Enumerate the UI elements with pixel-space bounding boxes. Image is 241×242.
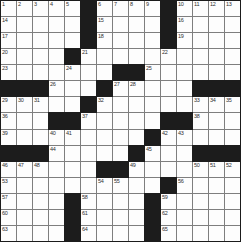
cell-r6c12[interactable] <box>177 81 192 96</box>
clue-number: 19 <box>178 33 184 39</box>
clue-number: 43 <box>178 130 184 136</box>
cell-r5c4[interactable] <box>49 65 64 80</box>
cell-r13c15[interactable] <box>225 194 240 209</box>
cell-r12c14[interactable] <box>209 178 224 193</box>
cell-r9c14[interactable] <box>209 130 224 145</box>
cell-r3c15[interactable] <box>225 33 240 48</box>
clue-number: 26 <box>50 81 56 87</box>
clue-number: 16 <box>178 17 184 23</box>
clue-number: 6 <box>98 1 101 7</box>
cell-r14c14[interactable] <box>209 210 224 225</box>
cell-r4c7[interactable] <box>97 49 112 64</box>
clue-number: 34 <box>210 97 216 103</box>
clue-number: 22 <box>162 49 168 55</box>
cell-r12c6[interactable] <box>81 178 96 193</box>
cell-r9c5[interactable]: 41 <box>65 130 80 145</box>
clue-number: 13 <box>226 1 232 7</box>
cell-r13c7[interactable] <box>97 194 112 209</box>
cell-r15c6[interactable]: 64 <box>81 226 96 241</box>
cell-r12c15[interactable] <box>225 178 240 193</box>
cell-r15c11[interactable]: 65 <box>161 226 176 241</box>
cell-r5c1[interactable]: 23 <box>1 65 16 80</box>
cell-r7c7[interactable]: 32 <box>97 97 112 112</box>
cell-r12c9[interactable] <box>129 178 144 193</box>
cell-r10c8[interactable] <box>113 146 128 161</box>
clue-number: 58 <box>82 194 88 200</box>
cell-r4c9[interactable] <box>129 49 144 64</box>
cell-r14c12[interactable] <box>177 210 192 225</box>
cell-r2c15[interactable] <box>225 17 240 32</box>
cell-r13c2[interactable] <box>17 194 32 209</box>
cell-r7c1[interactable]: 29 <box>1 97 16 112</box>
cell-r7c15[interactable]: 35 <box>225 97 240 112</box>
cell-r8c6[interactable]: 37 <box>81 113 96 128</box>
cell-r12c4[interactable] <box>49 178 64 193</box>
clue-number: 47 <box>18 162 24 168</box>
cell-r1c7[interactable]: 6 <box>97 1 112 16</box>
cell-r12c5[interactable] <box>65 178 80 193</box>
cell-r15c13[interactable] <box>193 226 208 241</box>
cell-r8c15[interactable] <box>225 113 240 128</box>
black-cell-r8c5 <box>65 113 80 128</box>
cell-r3c10[interactable] <box>145 33 160 48</box>
cell-r8c3[interactable] <box>33 113 48 128</box>
clue-number: 36 <box>2 113 8 119</box>
clue-number: 21 <box>82 49 88 55</box>
cell-r6c8[interactable]: 27 <box>113 81 128 96</box>
cell-r11c2[interactable]: 47 <box>17 162 32 177</box>
clue-number: 65 <box>162 226 168 232</box>
cell-r15c12[interactable] <box>177 226 192 241</box>
cell-r3c8[interactable] <box>113 33 128 48</box>
clue-number: 45 <box>146 146 152 152</box>
crossword-grid: 1234567891011121314151617181920212223242… <box>0 0 241 242</box>
cell-r10c4[interactable]: 44 <box>49 146 64 161</box>
cell-r7c2[interactable]: 30 <box>17 97 32 112</box>
cell-r13c6[interactable]: 58 <box>81 194 96 209</box>
clue-number: 51 <box>210 162 216 168</box>
cell-r6c11[interactable] <box>161 81 176 96</box>
cell-r15c4[interactable] <box>49 226 64 241</box>
cell-r11c3[interactable]: 48 <box>33 162 48 177</box>
clue-number: 35 <box>226 97 232 103</box>
cell-r4c6[interactable]: 21 <box>81 49 96 64</box>
cell-r4c8[interactable] <box>113 49 128 64</box>
cell-r14c8[interactable] <box>113 210 128 225</box>
black-cell-r2c6 <box>81 17 96 32</box>
cell-r5c10[interactable]: 25 <box>145 65 160 80</box>
cell-r11c11[interactable] <box>161 162 176 177</box>
cell-r12c3[interactable] <box>33 178 48 193</box>
cell-r5c12[interactable] <box>177 65 192 80</box>
cell-r2c13[interactable] <box>193 17 208 32</box>
cell-r7c14[interactable]: 34 <box>209 97 224 112</box>
cell-r9c12[interactable]: 43 <box>177 130 192 145</box>
clue-number: 50 <box>194 162 200 168</box>
clue-number: 54 <box>98 178 104 184</box>
clue-number: 61 <box>82 210 88 216</box>
cell-r14c15[interactable] <box>225 210 240 225</box>
cell-r2c4[interactable] <box>49 17 64 32</box>
black-cell-r10c9 <box>129 146 144 161</box>
cell-r11c9[interactable]: 49 <box>129 162 144 177</box>
cell-r7c12[interactable] <box>177 97 192 112</box>
cell-r11c13[interactable]: 50 <box>193 162 208 177</box>
black-cell-r2c11 <box>161 17 176 32</box>
cell-r5c3[interactable] <box>33 65 48 80</box>
cell-r4c14[interactable] <box>209 49 224 64</box>
cell-r6c4[interactable]: 26 <box>49 81 64 96</box>
cell-r5c15[interactable] <box>225 65 240 80</box>
cell-r4c11[interactable]: 22 <box>161 49 176 64</box>
cell-r1c9[interactable]: 8 <box>129 1 144 16</box>
black-cell-r11c8 <box>113 162 128 177</box>
black-cell-r6c13 <box>193 81 208 96</box>
cell-r11c10[interactable] <box>145 162 160 177</box>
cell-r13c12[interactable] <box>177 194 192 209</box>
clue-number: 17 <box>2 33 8 39</box>
cell-r9c13[interactable] <box>193 130 208 145</box>
cell-r9c6[interactable] <box>81 130 96 145</box>
cell-r12c13[interactable] <box>193 178 208 193</box>
cell-r12c2[interactable] <box>17 178 32 193</box>
cell-r11c14[interactable]: 51 <box>209 162 224 177</box>
cell-r3c14[interactable] <box>209 33 224 48</box>
clue-number: 4 <box>50 1 53 7</box>
cell-r1c1[interactable]: 1 <box>1 1 16 16</box>
clue-number: 27 <box>114 81 120 87</box>
cell-r7c11[interactable] <box>161 97 176 112</box>
cell-r6c9[interactable]: 28 <box>129 81 144 96</box>
cell-r5c13[interactable] <box>193 65 208 80</box>
cell-r14c7[interactable] <box>97 210 112 225</box>
cell-r4c13[interactable] <box>193 49 208 64</box>
cell-r8c10[interactable] <box>145 113 160 128</box>
clue-number: 41 <box>66 130 72 136</box>
black-cell-r6c2 <box>17 81 32 96</box>
cell-r10c6[interactable] <box>81 146 96 161</box>
cell-r4c1[interactable]: 20 <box>1 49 16 64</box>
black-cell-r6c7 <box>97 81 112 96</box>
cell-r2c9[interactable] <box>129 17 144 32</box>
clue-number: 48 <box>34 162 40 168</box>
cell-r3c12[interactable]: 19 <box>177 33 192 48</box>
black-cell-r5c9 <box>129 65 144 80</box>
cell-r12c7[interactable]: 54 <box>97 178 112 193</box>
cell-r14c11[interactable]: 62 <box>161 210 176 225</box>
black-cell-r3c6 <box>81 33 96 48</box>
cell-r12c12[interactable]: 56 <box>177 178 192 193</box>
clue-number: 30 <box>18 97 24 103</box>
cell-r7c3[interactable]: 31 <box>33 97 48 112</box>
cell-r15c15[interactable] <box>225 226 240 241</box>
black-cell-r10c2 <box>17 146 32 161</box>
cell-r2c7[interactable]: 15 <box>97 17 112 32</box>
cell-r12c1[interactable]: 53 <box>1 178 16 193</box>
black-cell-r13c5 <box>65 194 80 209</box>
black-cell-r11c7 <box>97 162 112 177</box>
clue-number: 37 <box>82 113 88 119</box>
cell-r14c9[interactable] <box>129 210 144 225</box>
clue-number: 31 <box>34 97 40 103</box>
cell-r13c9[interactable] <box>129 194 144 209</box>
cell-r14c3[interactable] <box>33 210 48 225</box>
cell-r7c4[interactable] <box>49 97 64 112</box>
cell-r8c2[interactable] <box>17 113 32 128</box>
cell-r2c10[interactable] <box>145 17 160 32</box>
black-cell-r5c8 <box>113 65 128 80</box>
clue-number: 59 <box>162 194 168 200</box>
black-cell-r6c3 <box>33 81 48 96</box>
cell-r15c9[interactable] <box>129 226 144 241</box>
cell-r2c3[interactable] <box>33 17 48 32</box>
cell-r2c14[interactable] <box>209 17 224 32</box>
cell-r6c6[interactable] <box>81 81 96 96</box>
clue-number: 1 <box>2 1 5 7</box>
black-cell-r8c12 <box>177 113 192 128</box>
clue-number: 7 <box>114 1 117 7</box>
black-cell-r1c6 <box>81 1 96 16</box>
cell-r4c2[interactable] <box>17 49 32 64</box>
black-cell-r6c14 <box>209 81 224 96</box>
cell-r13c1[interactable]: 57 <box>1 194 16 209</box>
cell-r15c8[interactable] <box>113 226 128 241</box>
cell-r11c6[interactable] <box>81 162 96 177</box>
cell-r12c10[interactable] <box>145 178 160 193</box>
cell-r14c4[interactable] <box>49 210 64 225</box>
clue-number: 8 <box>130 1 133 7</box>
clue-number: 12 <box>210 1 216 7</box>
cell-r6c10[interactable] <box>145 81 160 96</box>
cell-r4c4[interactable] <box>49 49 64 64</box>
cell-r2c2[interactable] <box>17 17 32 32</box>
cell-r5c14[interactable] <box>209 65 224 80</box>
cell-r15c3[interactable] <box>33 226 48 241</box>
cell-r1c4[interactable]: 4 <box>49 1 64 16</box>
cell-r1c5[interactable]: 5 <box>65 1 80 16</box>
cell-r1c13[interactable]: 11 <box>193 1 208 16</box>
cell-r3c13[interactable] <box>193 33 208 48</box>
cell-r10c11[interactable] <box>161 146 176 161</box>
cell-r11c12[interactable] <box>177 162 192 177</box>
clue-number: 39 <box>2 130 8 136</box>
cell-r9c1[interactable]: 39 <box>1 130 16 145</box>
clue-number: 20 <box>2 49 8 55</box>
black-cell-r10c14 <box>209 146 224 161</box>
black-cell-r15c5 <box>65 226 80 241</box>
black-cell-r10c15 <box>225 146 240 161</box>
cell-r5c5[interactable]: 24 <box>65 65 80 80</box>
clue-number: 52 <box>226 162 232 168</box>
clue-number: 32 <box>98 97 104 103</box>
cell-r1c10[interactable]: 9 <box>145 1 160 16</box>
black-cell-r7c6 <box>81 97 96 112</box>
cell-r10c7[interactable] <box>97 146 112 161</box>
cell-r5c7[interactable] <box>97 65 112 80</box>
cell-r7c9[interactable] <box>129 97 144 112</box>
cell-r13c11[interactable]: 59 <box>161 194 176 209</box>
clue-number: 3 <box>34 1 37 7</box>
cell-r11c5[interactable] <box>65 162 80 177</box>
clue-number: 49 <box>130 162 136 168</box>
clue-number: 53 <box>2 178 8 184</box>
cell-r3c2[interactable] <box>17 33 32 48</box>
cell-r14c2[interactable] <box>17 210 32 225</box>
cell-r1c2[interactable]: 2 <box>17 1 32 16</box>
clue-number: 57 <box>2 194 8 200</box>
cell-r9c8[interactable] <box>113 130 128 145</box>
cell-r2c1[interactable]: 14 <box>1 17 16 32</box>
black-cell-r13c10 <box>145 194 160 209</box>
clue-number: 63 <box>2 226 8 232</box>
clue-number: 11 <box>194 1 199 7</box>
cell-r13c14[interactable] <box>209 194 224 209</box>
clue-number: 55 <box>114 178 120 184</box>
cell-r3c7[interactable]: 18 <box>97 33 112 48</box>
clue-number: 60 <box>2 210 8 216</box>
cell-r9c11[interactable]: 42 <box>161 130 176 145</box>
cell-r10c10[interactable]: 45 <box>145 146 160 161</box>
black-cell-r9c10 <box>145 130 160 145</box>
cell-r15c2[interactable] <box>17 226 32 241</box>
cell-r9c2[interactable] <box>17 130 32 145</box>
cell-r13c3[interactable] <box>33 194 48 209</box>
black-cell-r15c10 <box>145 226 160 241</box>
cell-r8c9[interactable] <box>129 113 144 128</box>
clue-number: 56 <box>178 178 184 184</box>
cell-r1c15[interactable]: 13 <box>225 1 240 16</box>
clue-number: 40 <box>50 130 56 136</box>
cell-r3c3[interactable] <box>33 33 48 48</box>
black-cell-r8c4 <box>49 113 64 128</box>
cell-r3c1[interactable]: 17 <box>1 33 16 48</box>
black-cell-r3c11 <box>161 33 176 48</box>
cell-r5c2[interactable] <box>17 65 32 80</box>
cell-r9c7[interactable] <box>97 130 112 145</box>
cell-r1c8[interactable]: 7 <box>113 1 128 16</box>
cell-r3c5[interactable] <box>65 33 80 48</box>
cell-r8c7[interactable] <box>97 113 112 128</box>
clue-number: 28 <box>130 81 136 87</box>
black-cell-r1c11 <box>161 1 176 16</box>
clue-number: 15 <box>98 17 104 23</box>
black-cell-r6c15 <box>225 81 240 96</box>
cell-r14c6[interactable]: 61 <box>81 210 96 225</box>
clue-number: 2 <box>18 1 21 7</box>
cell-r10c5[interactable] <box>65 146 80 161</box>
cell-r4c15[interactable] <box>225 49 240 64</box>
clue-number: 64 <box>82 226 88 232</box>
cell-r5c6[interactable] <box>81 65 96 80</box>
clue-number: 44 <box>50 146 56 152</box>
cell-r2c5[interactable] <box>65 17 80 32</box>
clue-number: 5 <box>66 1 69 7</box>
cell-r13c4[interactable] <box>49 194 64 209</box>
cell-r7c8[interactable] <box>113 97 128 112</box>
cell-r5c11[interactable] <box>161 65 176 80</box>
clue-number: 62 <box>162 210 168 216</box>
clue-number: 42 <box>162 130 168 136</box>
cell-r6c5[interactable] <box>65 81 80 96</box>
cell-r9c3[interactable] <box>33 130 48 145</box>
cell-r8c1[interactable]: 36 <box>1 113 16 128</box>
cell-r7c13[interactable]: 33 <box>193 97 208 112</box>
cell-r12c8[interactable]: 55 <box>113 178 128 193</box>
black-cell-r14c5 <box>65 210 80 225</box>
cell-r7c10[interactable] <box>145 97 160 112</box>
cell-r15c7[interactable] <box>97 226 112 241</box>
cell-r13c8[interactable] <box>113 194 128 209</box>
black-cell-r6c1 <box>1 81 16 96</box>
cell-r1c14[interactable]: 12 <box>209 1 224 16</box>
black-cell-r10c1 <box>1 146 16 161</box>
cell-r10c12[interactable] <box>177 146 192 161</box>
cell-r1c3[interactable]: 3 <box>33 1 48 16</box>
cell-r8c8[interactable] <box>113 113 128 128</box>
clue-number: 25 <box>146 65 152 71</box>
cell-r13c13[interactable] <box>193 194 208 209</box>
cell-r4c12[interactable] <box>177 49 192 64</box>
cell-r11c1[interactable]: 46 <box>1 162 16 177</box>
cell-r14c1[interactable]: 60 <box>1 210 16 225</box>
black-cell-r8c11 <box>161 113 176 128</box>
clue-number: 29 <box>2 97 8 103</box>
clue-number: 9 <box>146 1 149 7</box>
clue-number: 10 <box>178 1 184 7</box>
black-cell-r14c10 <box>145 210 160 225</box>
cell-r15c1[interactable]: 63 <box>1 226 16 241</box>
black-cell-r12c11 <box>161 178 176 193</box>
black-cell-r10c13 <box>193 146 208 161</box>
cell-r15c14[interactable] <box>209 226 224 241</box>
clue-number: 46 <box>2 162 8 168</box>
cell-r4c10[interactable] <box>145 49 160 64</box>
cell-r11c15[interactable]: 52 <box>225 162 240 177</box>
cell-r14c13[interactable] <box>193 210 208 225</box>
cell-r1c12[interactable]: 10 <box>177 1 192 16</box>
cell-r3c4[interactable] <box>49 33 64 48</box>
cell-r11c4[interactable] <box>49 162 64 177</box>
cell-r8c14[interactable] <box>209 113 224 128</box>
cell-r7c5[interactable] <box>65 97 80 112</box>
cell-r2c8[interactable] <box>113 17 128 32</box>
cell-r9c9[interactable] <box>129 130 144 145</box>
cell-r4c3[interactable] <box>33 49 48 64</box>
cell-r3c9[interactable] <box>129 33 144 48</box>
clue-number: 23 <box>2 65 8 71</box>
clue-number: 38 <box>194 113 200 119</box>
clue-number: 24 <box>66 65 72 71</box>
cell-r8c13[interactable]: 38 <box>193 113 208 128</box>
cell-r9c4[interactable]: 40 <box>49 130 64 145</box>
cell-r9c15[interactable] <box>225 130 240 145</box>
clue-number: 33 <box>194 97 200 103</box>
clue-number: 14 <box>2 17 8 23</box>
black-cell-r10c3 <box>33 146 48 161</box>
clue-number: 18 <box>98 33 104 39</box>
black-cell-r4c5 <box>65 49 80 64</box>
cell-r2c12[interactable]: 16 <box>177 17 192 32</box>
